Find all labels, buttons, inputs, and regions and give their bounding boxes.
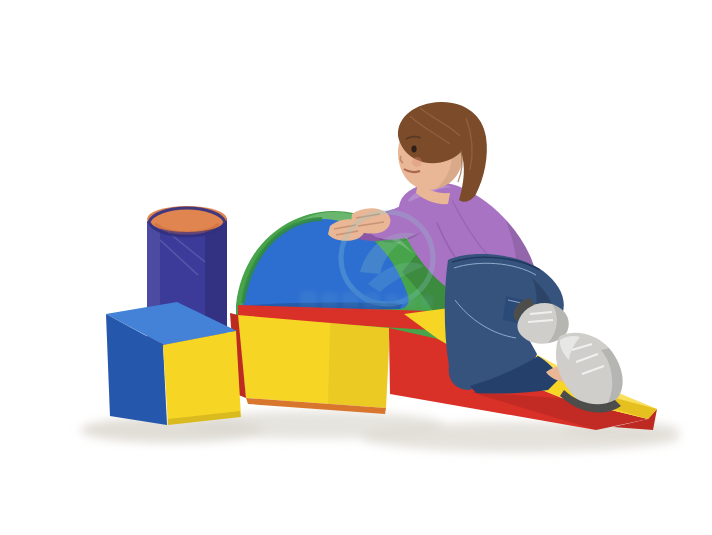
- product-photo: [0, 0, 712, 535]
- left-block-front: [163, 331, 241, 425]
- yellow-block-shade: [328, 323, 390, 408]
- child-eye: [411, 146, 416, 153]
- center-rectangular-block: [230, 313, 390, 414]
- soft-play-scene: [0, 0, 712, 535]
- child-cheek: [412, 157, 422, 167]
